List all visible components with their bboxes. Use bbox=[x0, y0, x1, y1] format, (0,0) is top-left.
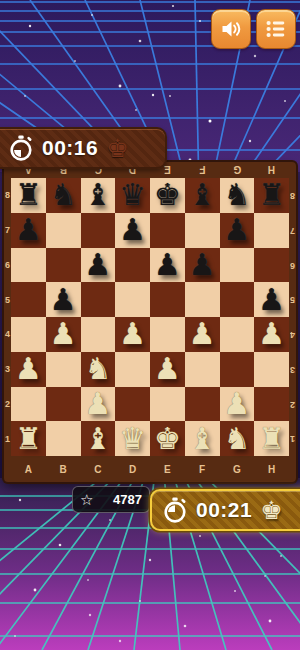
rank-label-3-left: 3 bbox=[4, 352, 11, 387]
black-timer: 00:16 ♚ bbox=[0, 127, 167, 169]
square-g3[interactable] bbox=[220, 352, 255, 387]
rank-label-1-right: 1 bbox=[289, 421, 296, 456]
file-label-h-top: H bbox=[254, 162, 289, 178]
piece-black-bishop[interactable]: ♝ bbox=[189, 180, 216, 210]
square-h5[interactable]: ♟ bbox=[254, 282, 289, 317]
piece-white-rook[interactable]: ♜ bbox=[258, 424, 285, 454]
piece-white-queen[interactable]: ♛ bbox=[119, 424, 146, 454]
stopwatch-icon bbox=[162, 497, 188, 524]
file-label-d-bottom: D bbox=[115, 456, 150, 482]
rank-label-8-right: 8 bbox=[289, 178, 296, 213]
square-d1[interactable]: ♛ bbox=[115, 421, 150, 456]
piece-black-bishop[interactable]: ♝ bbox=[84, 180, 111, 210]
square-h8[interactable]: ♜ bbox=[254, 178, 289, 213]
square-a6[interactable] bbox=[11, 248, 46, 283]
piece-white-pawn[interactable]: ♟ bbox=[154, 354, 181, 384]
piece-white-pawn[interactable]: ♟ bbox=[15, 354, 42, 384]
square-f4[interactable]: ♟ bbox=[185, 317, 220, 352]
list-icon bbox=[264, 17, 288, 41]
speaker-icon bbox=[219, 17, 243, 41]
square-b2[interactable] bbox=[46, 387, 81, 422]
rank-label-5-left: 5 bbox=[4, 282, 11, 317]
rank-label-7-right: 7 bbox=[289, 213, 296, 248]
file-label-a-bottom: A bbox=[11, 456, 46, 482]
square-a7[interactable]: ♟ bbox=[11, 213, 46, 248]
square-e5[interactable] bbox=[150, 282, 185, 317]
piece-white-knight[interactable]: ♞ bbox=[223, 424, 250, 454]
square-e8[interactable]: ♚ bbox=[150, 178, 185, 213]
square-a2[interactable] bbox=[11, 387, 46, 422]
black-king-icon: ♚ bbox=[106, 136, 128, 161]
piece-black-queen[interactable]: ♛ bbox=[119, 180, 146, 210]
board-squares: ♜♞♝♛♚♝♞♜♟♟♟♟♟♟♟♟♟♟♟♟♟♞♟♟♟♜♝♛♚♝♞♜ bbox=[11, 178, 289, 456]
file-label-e-bottom: E bbox=[150, 456, 185, 482]
score-badge[interactable]: ☆ 4787 bbox=[72, 486, 150, 513]
square-a3[interactable]: ♟ bbox=[11, 352, 46, 387]
square-c7[interactable] bbox=[81, 213, 116, 248]
piece-white-rook[interactable]: ♜ bbox=[15, 424, 42, 454]
square-h7[interactable] bbox=[254, 213, 289, 248]
square-b6[interactable] bbox=[46, 248, 81, 283]
square-e2[interactable] bbox=[150, 387, 185, 422]
piece-white-pawn[interactable]: ♟ bbox=[189, 319, 216, 349]
square-a8[interactable]: ♜ bbox=[11, 178, 46, 213]
square-c4[interactable] bbox=[81, 317, 116, 352]
square-c8[interactable]: ♝ bbox=[81, 178, 116, 213]
piece-black-pawn[interactable]: ♟ bbox=[84, 250, 111, 280]
rank-label-6-left: 6 bbox=[4, 248, 11, 283]
square-b1[interactable] bbox=[46, 421, 81, 456]
rank-label-1-left: 1 bbox=[4, 421, 11, 456]
piece-white-pawn[interactable]: ♟ bbox=[84, 389, 111, 419]
square-e1[interactable]: ♚ bbox=[150, 421, 185, 456]
square-c1[interactable]: ♝ bbox=[81, 421, 116, 456]
square-f3[interactable] bbox=[185, 352, 220, 387]
piece-black-pawn[interactable]: ♟ bbox=[154, 250, 181, 280]
square-f2[interactable] bbox=[185, 387, 220, 422]
chess-app-screen: 00:16 ♚ ABCDEFGH 87654321 ♜♞♝♛♚♝♞♜♟♟♟♟♟♟… bbox=[0, 0, 300, 650]
square-h2[interactable] bbox=[254, 387, 289, 422]
rank-labels-left: 87654321 bbox=[4, 178, 11, 456]
square-g8[interactable]: ♞ bbox=[220, 178, 255, 213]
square-b3[interactable] bbox=[46, 352, 81, 387]
square-c5[interactable] bbox=[81, 282, 116, 317]
square-h3[interactable] bbox=[254, 352, 289, 387]
square-g6[interactable] bbox=[220, 248, 255, 283]
file-label-f-top: F bbox=[185, 162, 220, 178]
square-f8[interactable]: ♝ bbox=[185, 178, 220, 213]
square-b7[interactable] bbox=[46, 213, 81, 248]
white-timer-value: 00:21 bbox=[196, 498, 252, 522]
square-d3[interactable] bbox=[115, 352, 150, 387]
file-label-c-bottom: C bbox=[81, 456, 116, 482]
piece-black-knight[interactable]: ♞ bbox=[50, 180, 77, 210]
rank-label-4-left: 4 bbox=[4, 317, 11, 352]
square-e3[interactable]: ♟ bbox=[150, 352, 185, 387]
piece-white-pawn[interactable]: ♟ bbox=[119, 319, 146, 349]
square-g2[interactable]: ♟ bbox=[220, 387, 255, 422]
piece-black-pawn[interactable]: ♟ bbox=[119, 215, 146, 245]
square-g1[interactable]: ♞ bbox=[220, 421, 255, 456]
square-g4[interactable] bbox=[220, 317, 255, 352]
white-king-icon: ♚ bbox=[260, 498, 282, 523]
piece-black-knight[interactable]: ♞ bbox=[223, 180, 250, 210]
square-a1[interactable]: ♜ bbox=[11, 421, 46, 456]
square-g7[interactable]: ♟ bbox=[220, 213, 255, 248]
square-d6[interactable] bbox=[115, 248, 150, 283]
piece-black-pawn[interactable]: ♟ bbox=[189, 250, 216, 280]
square-b4[interactable]: ♟ bbox=[46, 317, 81, 352]
square-f1[interactable]: ♝ bbox=[185, 421, 220, 456]
chess-board: ABCDEFGH 87654321 ♜♞♝♛♚♝♞♜♟♟♟♟♟♟♟♟♟♟♟♟♟♞… bbox=[4, 162, 296, 482]
star-icon: ☆ bbox=[80, 492, 93, 507]
sound-button[interactable] bbox=[211, 9, 251, 49]
square-d2[interactable] bbox=[115, 387, 150, 422]
square-a5[interactable] bbox=[11, 282, 46, 317]
square-g5[interactable] bbox=[220, 282, 255, 317]
square-c6[interactable]: ♟ bbox=[81, 248, 116, 283]
score-value: 4787 bbox=[113, 492, 142, 507]
piece-black-rook[interactable]: ♜ bbox=[15, 180, 42, 210]
square-a4[interactable] bbox=[11, 317, 46, 352]
piece-black-pawn[interactable]: ♟ bbox=[15, 215, 42, 245]
square-c3[interactable]: ♞ bbox=[81, 352, 116, 387]
rank-label-6-right: 6 bbox=[289, 248, 296, 283]
rank-label-3-right: 3 bbox=[289, 352, 296, 387]
square-d7[interactable]: ♟ bbox=[115, 213, 150, 248]
square-d8[interactable]: ♛ bbox=[115, 178, 150, 213]
piece-white-pawn[interactable]: ♟ bbox=[223, 389, 250, 419]
piece-white-bishop[interactable]: ♝ bbox=[189, 424, 216, 454]
black-timer-value: 00:16 bbox=[42, 136, 98, 160]
rank-label-5-right: 5 bbox=[289, 282, 296, 317]
square-h4[interactable]: ♟ bbox=[254, 317, 289, 352]
rank-label-4-right: 4 bbox=[289, 317, 296, 352]
file-label-b-bottom: B bbox=[46, 456, 81, 482]
rank-label-8-left: 8 bbox=[4, 178, 11, 213]
piece-white-pawn[interactable]: ♟ bbox=[50, 319, 77, 349]
menu-button[interactable] bbox=[256, 9, 296, 49]
square-e7[interactable] bbox=[150, 213, 185, 248]
file-label-h-bottom: H bbox=[254, 456, 289, 482]
rank-label-2-left: 2 bbox=[4, 387, 11, 422]
file-labels-bottom: ABCDEFGH bbox=[11, 456, 289, 482]
piece-white-pawn[interactable]: ♟ bbox=[258, 319, 285, 349]
square-e6[interactable]: ♟ bbox=[150, 248, 185, 283]
rank-label-7-left: 7 bbox=[4, 213, 11, 248]
square-d5[interactable] bbox=[115, 282, 150, 317]
square-b8[interactable]: ♞ bbox=[46, 178, 81, 213]
rank-labels-right: 87654321 bbox=[289, 178, 296, 456]
file-label-g-top: G bbox=[220, 162, 255, 178]
piece-black-rook[interactable]: ♜ bbox=[258, 180, 285, 210]
piece-black-king[interactable]: ♚ bbox=[154, 180, 181, 210]
square-b5[interactable]: ♟ bbox=[46, 282, 81, 317]
square-c2[interactable]: ♟ bbox=[81, 387, 116, 422]
rank-label-2-right: 2 bbox=[289, 387, 296, 422]
piece-black-pawn[interactable]: ♟ bbox=[258, 285, 285, 315]
piece-white-bishop[interactable]: ♝ bbox=[84, 424, 111, 454]
square-h1[interactable]: ♜ bbox=[254, 421, 289, 456]
square-e4[interactable] bbox=[150, 317, 185, 352]
square-h6[interactable] bbox=[254, 248, 289, 283]
piece-white-knight[interactable]: ♞ bbox=[84, 354, 111, 384]
square-f5[interactable] bbox=[185, 282, 220, 317]
piece-black-pawn[interactable]: ♟ bbox=[50, 285, 77, 315]
file-label-f-bottom: F bbox=[185, 456, 220, 482]
piece-white-king[interactable]: ♚ bbox=[154, 424, 181, 454]
file-label-g-bottom: G bbox=[220, 456, 255, 482]
piece-black-pawn[interactable]: ♟ bbox=[223, 215, 250, 245]
white-timer: 00:21 ♚ bbox=[150, 489, 300, 531]
square-d4[interactable]: ♟ bbox=[115, 317, 150, 352]
stopwatch-icon bbox=[8, 135, 34, 162]
square-f6[interactable]: ♟ bbox=[185, 248, 220, 283]
square-f7[interactable] bbox=[185, 213, 220, 248]
